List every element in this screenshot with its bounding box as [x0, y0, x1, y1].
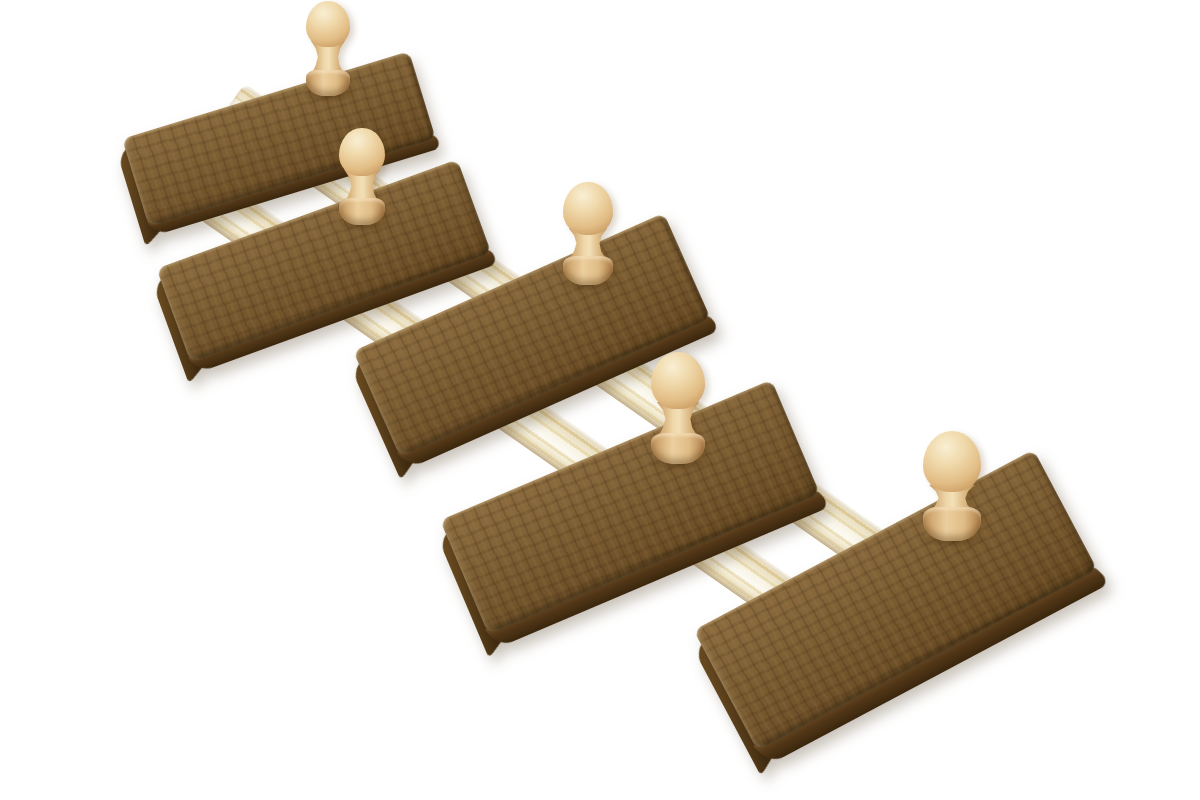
peg-5-knob [923, 431, 981, 492]
peg-2-base [339, 198, 385, 225]
peg-2-knob [339, 128, 385, 176]
peg-3 [563, 182, 613, 285]
peg-4-base [651, 433, 705, 464]
peg-2 [339, 128, 385, 225]
peg-1-knob [306, 1, 350, 47]
peg-5 [923, 431, 981, 541]
peg-4-knob [651, 352, 705, 409]
peg-1 [306, 1, 350, 96]
product-photo [0, 0, 1200, 800]
peg-4 [651, 352, 705, 464]
peg-1-base [306, 70, 350, 96]
peg-3-knob [563, 182, 613, 235]
peg-3-base [563, 256, 613, 285]
peg-5-base [923, 507, 981, 541]
